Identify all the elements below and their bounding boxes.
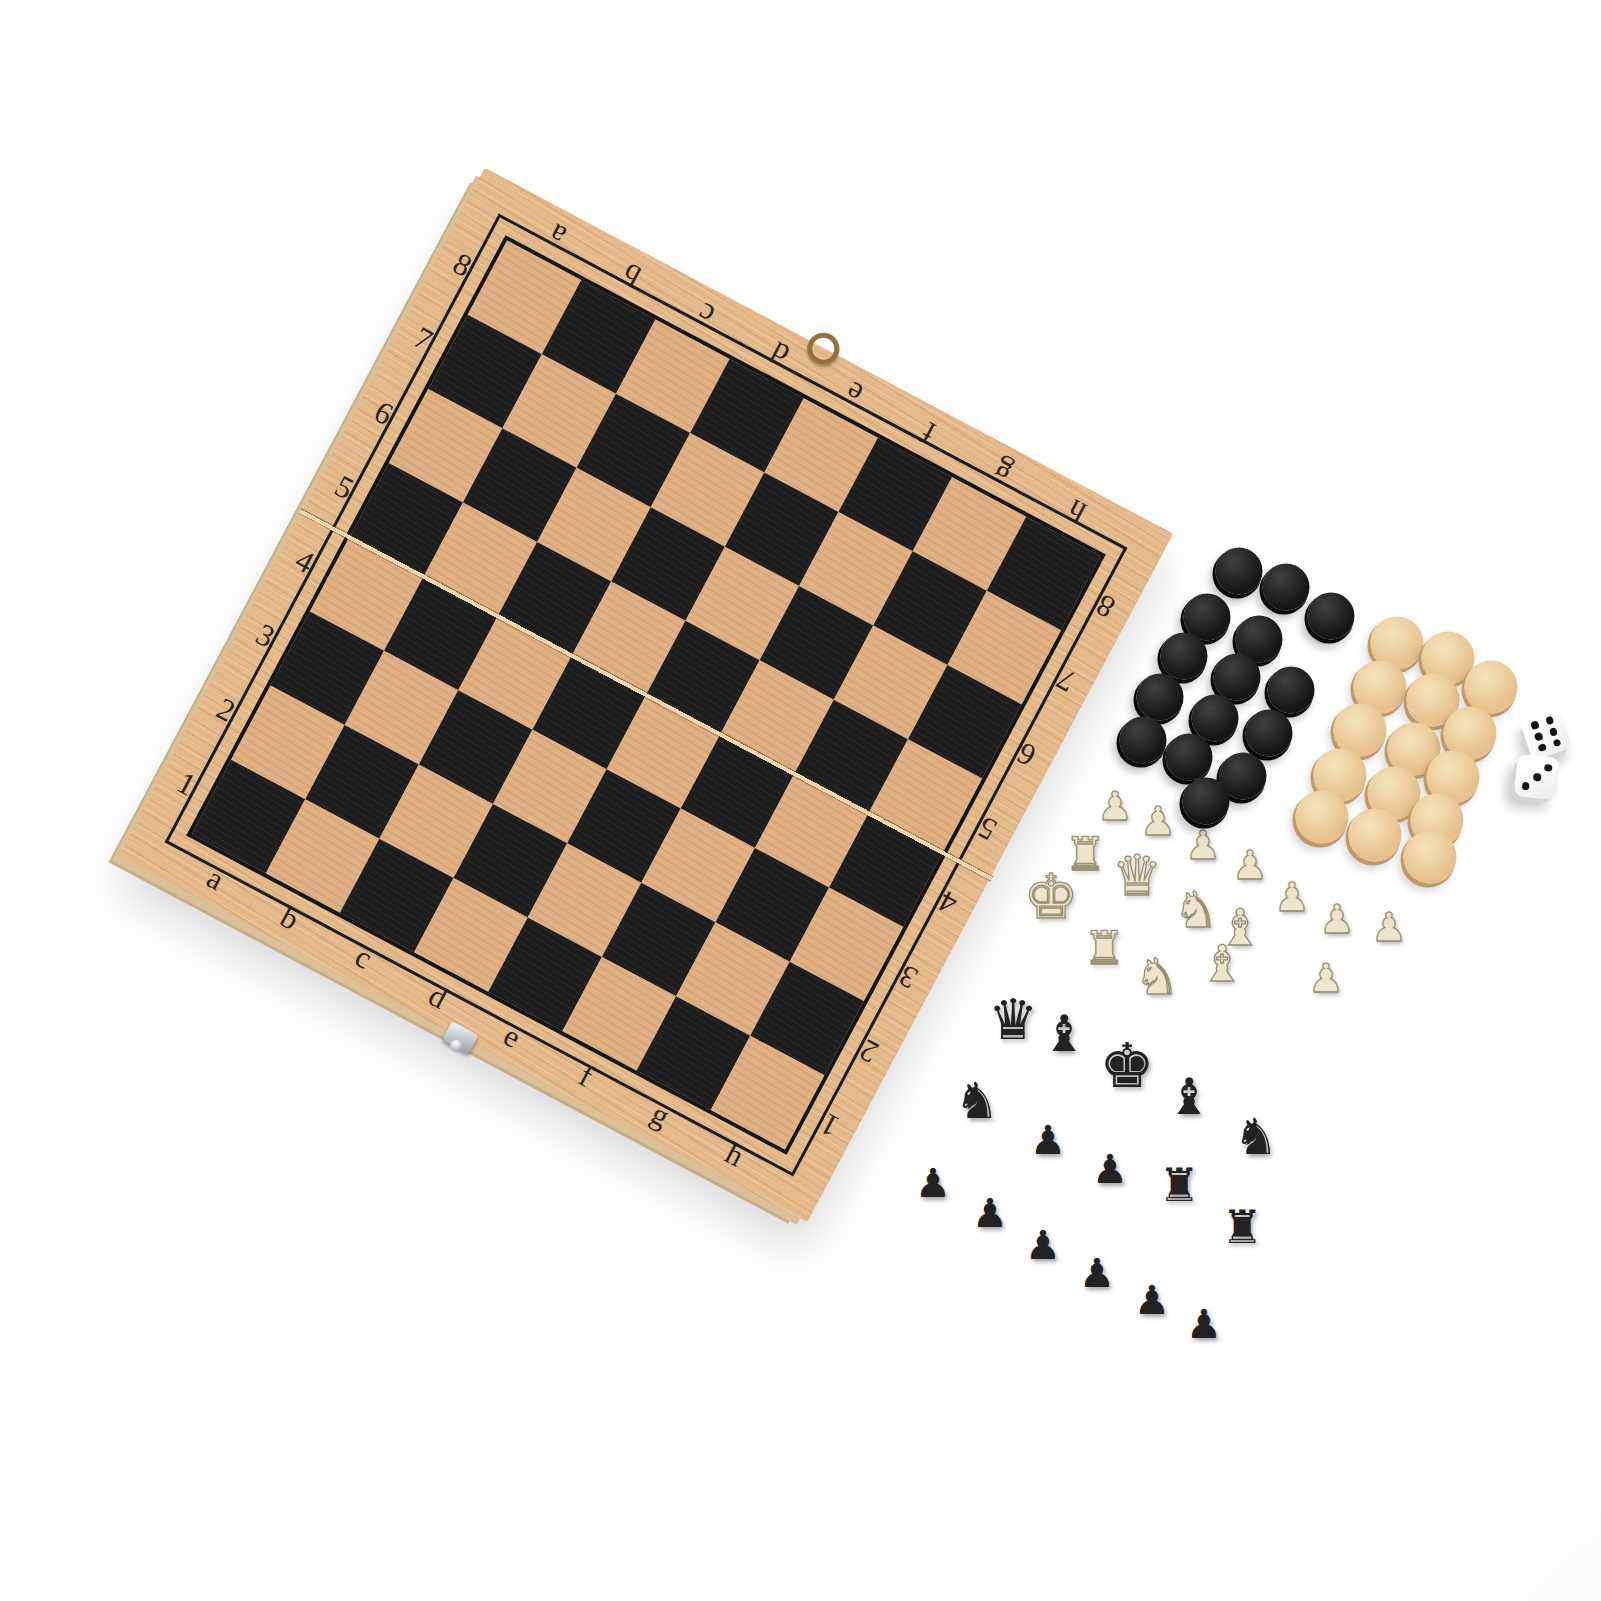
die-pip xyxy=(1538,743,1547,752)
die-pip xyxy=(1533,773,1541,781)
black-checker-disc xyxy=(1183,778,1230,825)
hinge-loop-icon xyxy=(802,327,845,370)
white-pawn: ♟ xyxy=(1140,801,1176,841)
black-knight: ♞ xyxy=(1234,1112,1279,1162)
rank-label-left-2: 2 xyxy=(212,692,240,727)
clasp-latch-icon xyxy=(442,1021,478,1054)
rank-label-left-3: 3 xyxy=(251,618,279,653)
white-pawn: ♟ xyxy=(1097,786,1133,826)
file-label-bottom-f: f xyxy=(575,1059,599,1091)
black-checker-disc xyxy=(1137,674,1184,721)
black-checker-disc xyxy=(1214,654,1261,701)
wood-checker-disc xyxy=(1465,661,1518,714)
file-label-top-f: f xyxy=(916,417,940,449)
rank-label-left-7: 7 xyxy=(409,321,437,356)
black-pawn: ♟ xyxy=(1079,1253,1115,1293)
white-king: ♚ xyxy=(1023,866,1079,928)
file-label-top-b: b xyxy=(617,258,645,293)
white-bishop: ♝ xyxy=(1200,939,1245,989)
rank-label-right-3: 3 xyxy=(894,960,922,995)
white-rook: ♜ xyxy=(1083,925,1124,971)
black-checker-disc xyxy=(1192,695,1239,742)
file-label-bottom-h: h xyxy=(721,1137,749,1172)
file-label-bottom-g: g xyxy=(646,1098,674,1133)
chessboard: aa88bb77cc66dd55ee44ff33gg22hh11 xyxy=(119,168,1174,1223)
file-label-top-e: e xyxy=(841,376,868,410)
black-checker-disc xyxy=(1268,667,1315,714)
rank-label-left-5: 5 xyxy=(330,470,358,505)
rank-label-right-8: 8 xyxy=(1091,589,1119,624)
file-label-bottom-a: a xyxy=(202,861,229,895)
file-label-top-d: d xyxy=(766,337,794,372)
black-king: ♚ xyxy=(1099,1035,1155,1097)
white-knight: ♞ xyxy=(1174,885,1219,935)
file-label-top-a: a xyxy=(544,219,571,253)
black-checker-disc xyxy=(1308,593,1355,640)
white-pawn: ♟ xyxy=(1308,958,1344,998)
white-pawn: ♟ xyxy=(1371,907,1407,947)
black-checker-disc xyxy=(1161,633,1208,680)
file-label-bottom-b: b xyxy=(276,900,304,935)
die-pip xyxy=(1552,738,1561,747)
black-rook: ♜ xyxy=(1158,1162,1199,1208)
black-pawn: ♟ xyxy=(1134,1280,1170,1320)
die-pip xyxy=(1544,764,1552,772)
black-checker-disc xyxy=(1216,548,1263,595)
black-rook: ♜ xyxy=(1221,1204,1262,1250)
black-pawn: ♟ xyxy=(1092,1149,1128,1189)
die-pip xyxy=(1534,732,1543,741)
file-label-top-g: g xyxy=(988,455,1016,490)
white-pawn: ♟ xyxy=(1274,877,1310,917)
black-bishop: ♝ xyxy=(1167,1072,1212,1122)
white-knight: ♞ xyxy=(1135,952,1180,1002)
rank-label-left-4: 4 xyxy=(291,544,319,579)
file-label-bottom-d: d xyxy=(424,979,452,1014)
die-pip xyxy=(1530,720,1539,729)
wood-checker-disc xyxy=(1349,809,1402,862)
rank-label-right-5: 5 xyxy=(973,811,1001,846)
file-label-bottom-e: e xyxy=(499,1019,526,1053)
rank-label-right-4: 4 xyxy=(934,886,962,921)
black-checker-disc xyxy=(1166,734,1213,781)
rank-label-right-2: 2 xyxy=(855,1034,883,1069)
product-photo-canvas: aa88bb77cc66dd55ee44ff33gg22hh11 ♟♟♟♟♜♛♞… xyxy=(0,0,1601,1601)
wood-checker-disc xyxy=(1404,831,1457,884)
die-showing-6 xyxy=(1520,708,1573,761)
rank-label-right-7: 7 xyxy=(1052,663,1080,698)
black-bishop: ♝ xyxy=(1042,1009,1087,1059)
black-pawn: ♟ xyxy=(915,1163,951,1203)
rank-label-right-1: 1 xyxy=(815,1108,843,1143)
black-pawn: ♟ xyxy=(1025,1225,1061,1265)
file-label-top-c: c xyxy=(692,298,719,332)
black-checker-disc xyxy=(1246,710,1293,757)
black-pawn: ♟ xyxy=(972,1193,1008,1233)
rank-label-right-6: 6 xyxy=(1012,737,1040,772)
black-pawn: ♟ xyxy=(1030,1120,1066,1160)
die-pip xyxy=(1545,716,1554,725)
die-showing-3 xyxy=(1514,754,1560,800)
white-pawn: ♟ xyxy=(1232,845,1268,885)
file-label-bottom-c: c xyxy=(351,940,378,974)
black-checker-disc xyxy=(1263,564,1310,611)
rank-label-left-1: 1 xyxy=(172,766,200,801)
rank-label-left-6: 6 xyxy=(370,396,398,431)
wood-checker-disc xyxy=(1296,791,1349,844)
white-pawn: ♟ xyxy=(1319,899,1355,939)
die-pip xyxy=(1522,782,1530,790)
die-pip xyxy=(1548,727,1557,736)
rank-label-left-8: 8 xyxy=(449,247,477,282)
white-queen: ♛ xyxy=(1112,848,1162,904)
black-pawn: ♟ xyxy=(1186,1304,1222,1344)
black-knight: ♞ xyxy=(955,1076,1000,1126)
black-checker-disc xyxy=(1120,717,1167,764)
black-queen: ♛ xyxy=(988,992,1038,1048)
file-label-top-h: h xyxy=(1062,494,1090,529)
white-pawn: ♟ xyxy=(1185,825,1221,865)
